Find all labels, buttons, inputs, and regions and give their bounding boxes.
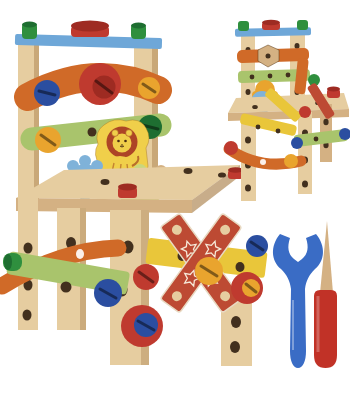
red-cap-on-seat bbox=[118, 184, 137, 198]
large-red-nut bbox=[79, 63, 121, 105]
red-cap-top-center bbox=[71, 21, 109, 38]
red-cap-on-seat-rear bbox=[228, 167, 243, 179]
product-photo bbox=[0, 0, 350, 400]
top-rail bbox=[15, 21, 162, 50]
green-cap-top-left bbox=[22, 22, 37, 40]
red-nut-blue-screw bbox=[121, 305, 163, 347]
seat-board bbox=[16, 165, 243, 213]
toy-scene bbox=[0, 0, 350, 400]
orange-curved-slat bbox=[224, 141, 301, 168]
green-cap-top-right bbox=[131, 23, 146, 40]
red-nut-yellow-screw bbox=[231, 272, 263, 304]
red-screw-cap bbox=[299, 106, 311, 118]
top-rail bbox=[235, 20, 311, 37]
red-screw-cap bbox=[224, 141, 238, 155]
green-cap bbox=[3, 253, 22, 271]
wooden-toy-chair-rear-view bbox=[224, 20, 350, 201]
yellow-screw-cap bbox=[284, 154, 298, 168]
wooden-toy-chair-front-view bbox=[2, 21, 268, 367]
